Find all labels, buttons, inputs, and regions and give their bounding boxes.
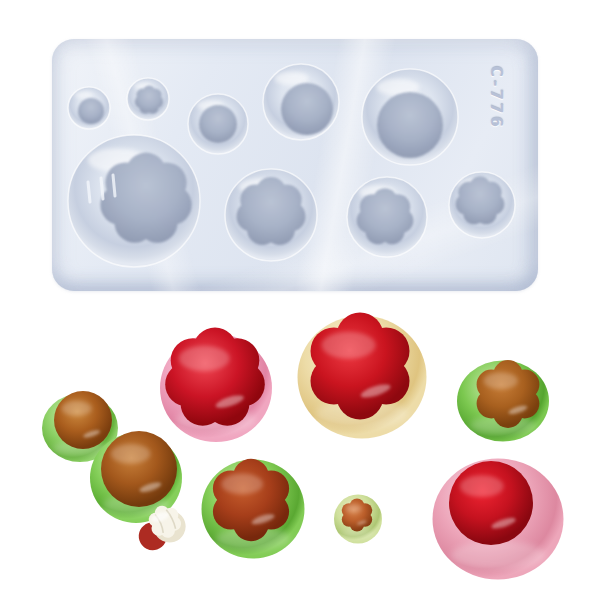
candy-flower-top bbox=[298, 312, 427, 438]
candy-flower-top bbox=[457, 360, 549, 441]
candy-round-top bbox=[433, 459, 564, 580]
product-photo: C-776 bbox=[0, 0, 600, 600]
silicone-mold: C-776 bbox=[52, 39, 538, 291]
candy-flower-top bbox=[202, 459, 305, 559]
candy-side bbox=[131, 500, 190, 554]
candy-round-top bbox=[90, 431, 182, 523]
candy-flower-top bbox=[160, 328, 272, 443]
candy-round-top bbox=[42, 391, 118, 462]
mold-code-text: C-776 bbox=[487, 66, 505, 152]
candy-flower-top bbox=[334, 495, 382, 544]
